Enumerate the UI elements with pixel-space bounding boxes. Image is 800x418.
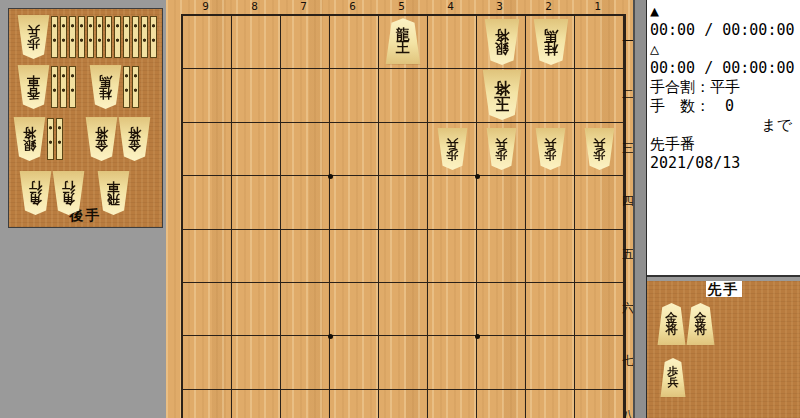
made-label: まで [647, 116, 800, 135]
board-piece-2c-pawn[interactable]: 歩兵 [535, 128, 566, 170]
game-date: 2021/08/13 [647, 154, 800, 173]
rank-label-5: 五 [622, 247, 633, 261]
window-splitter[interactable] [633, 0, 647, 418]
gote-hand-piece-pawn[interactable]: 歩兵 [17, 15, 50, 59]
sente-tray-label: 先手 [647, 281, 800, 299]
file-label-1: 1 [573, 0, 622, 13]
gote-hand-piece-pawn-stacked[interactable] [150, 16, 157, 58]
gote-hand-piece-pawn-stacked[interactable] [78, 16, 85, 58]
gote-hand-piece-pawn-stacked[interactable] [96, 16, 103, 58]
gote-hand-piece-silver-stacked[interactable] [56, 118, 63, 160]
gote-clock: 00:00 / 00:00:00 [647, 59, 800, 78]
board-piece-3a-silver[interactable]: 銀将 [484, 19, 520, 65]
gote-hand-piece-gold[interactable]: 金将 [85, 117, 118, 161]
star-point [475, 334, 480, 339]
board-piece-4c-pawn[interactable]: 歩兵 [437, 128, 468, 170]
board-piece-5a-dragon[interactable]: 龍王 [385, 18, 421, 64]
board: 987654321 龍王銀将桂馬玉将歩兵歩兵歩兵歩兵 一二三四五六七八九 [166, 0, 633, 418]
file-label-8: 8 [230, 0, 279, 13]
file-label-9: 9 [181, 0, 230, 13]
file-label-4: 4 [426, 0, 475, 13]
gote-hand-piece-pawn-stacked[interactable] [114, 16, 121, 58]
rank-label-7: 七 [622, 354, 633, 368]
file-label-6: 6 [328, 0, 377, 13]
board-piece-3b-king[interactable]: 玉将 [482, 70, 522, 120]
gote-hand-piece-pawn-stacked[interactable] [87, 16, 94, 58]
gote-hand-piece-pawn-stacked[interactable] [141, 16, 148, 58]
file-label-5: 5 [377, 0, 426, 13]
move-count-line: 手 数： 0 [647, 97, 800, 116]
gote-hand-tray[interactable]: 後手 歩兵香車桂馬銀将金将金将角行角行飛車 [8, 8, 163, 228]
file-label-2: 2 [524, 0, 573, 13]
file-label-3: 3 [475, 0, 524, 13]
gote-hand-piece-pawn-stacked[interactable] [51, 16, 58, 58]
gote-mark: △ [647, 40, 800, 59]
gote-hand-piece-silver-stacked[interactable] [47, 118, 54, 160]
star-point [475, 174, 480, 179]
gote-hand-piece-pawn-stacked[interactable] [123, 16, 130, 58]
sente-hand-piece-gold[interactable]: 金将 [657, 303, 686, 345]
handicap-line: 手合割：平手 [647, 78, 800, 97]
turn-indicator: 先手番 [647, 135, 800, 154]
gote-hand-piece-pawn-stacked[interactable] [132, 16, 139, 58]
sente-mark: ▲ [647, 2, 800, 21]
sente-hand-piece-gold[interactable]: 金将 [686, 303, 715, 345]
rank-label-4: 四 [622, 194, 633, 208]
rank-label-1: 一 [622, 34, 633, 48]
file-label-7: 7 [279, 0, 328, 13]
board-piece-2a-knight[interactable]: 桂馬 [533, 19, 569, 65]
rank-label-6: 六 [622, 301, 633, 315]
star-point [328, 174, 333, 179]
sente-hand-piece-pawn[interactable]: 歩兵 [660, 358, 686, 397]
shogi-app-window: 後手 歩兵香車桂馬銀将金将金将角行角行飛車 987654321 龍王銀将桂馬玉将… [0, 0, 800, 418]
gote-hand-piece-silver[interactable]: 銀将 [13, 117, 46, 161]
gote-hand-piece-pawn-stacked[interactable] [69, 16, 76, 58]
sente-clock: 00:00 / 00:00:00 [647, 21, 800, 40]
board-grid[interactable]: 龍王銀将桂馬玉将歩兵歩兵歩兵歩兵 [181, 14, 626, 418]
gote-hand-piece-pawn-stacked[interactable] [60, 16, 67, 58]
gote-hand-piece-knight-stacked[interactable] [132, 66, 139, 108]
gote-hand-piece-lance-stacked[interactable] [51, 66, 58, 108]
gote-hand-piece-knight-stacked[interactable] [123, 66, 130, 108]
star-point [328, 334, 333, 339]
rank-label-2: 二 [622, 87, 633, 101]
gote-hand-piece-lance[interactable]: 香車 [17, 65, 50, 109]
gote-hand-piece-gold[interactable]: 金将 [118, 117, 151, 161]
info-panel: ▲ 00:00 / 00:00:00 △ 00:00 / 00:00:00 手合… [647, 0, 800, 277]
gote-hand-piece-knight[interactable]: 桂馬 [89, 65, 122, 109]
rank-label-8: 八 [622, 408, 633, 418]
rank-label-3: 三 [622, 141, 633, 155]
sente-hand-tray[interactable]: 先手 金将金将歩兵 [647, 281, 800, 418]
gote-hand-piece-lance-stacked[interactable] [69, 66, 76, 108]
board-piece-1c-pawn[interactable]: 歩兵 [584, 128, 615, 170]
gote-hand-piece-pawn-stacked[interactable] [105, 16, 112, 58]
gote-hand-piece-lance-stacked[interactable] [60, 66, 67, 108]
board-piece-3c-pawn[interactable]: 歩兵 [486, 128, 517, 170]
